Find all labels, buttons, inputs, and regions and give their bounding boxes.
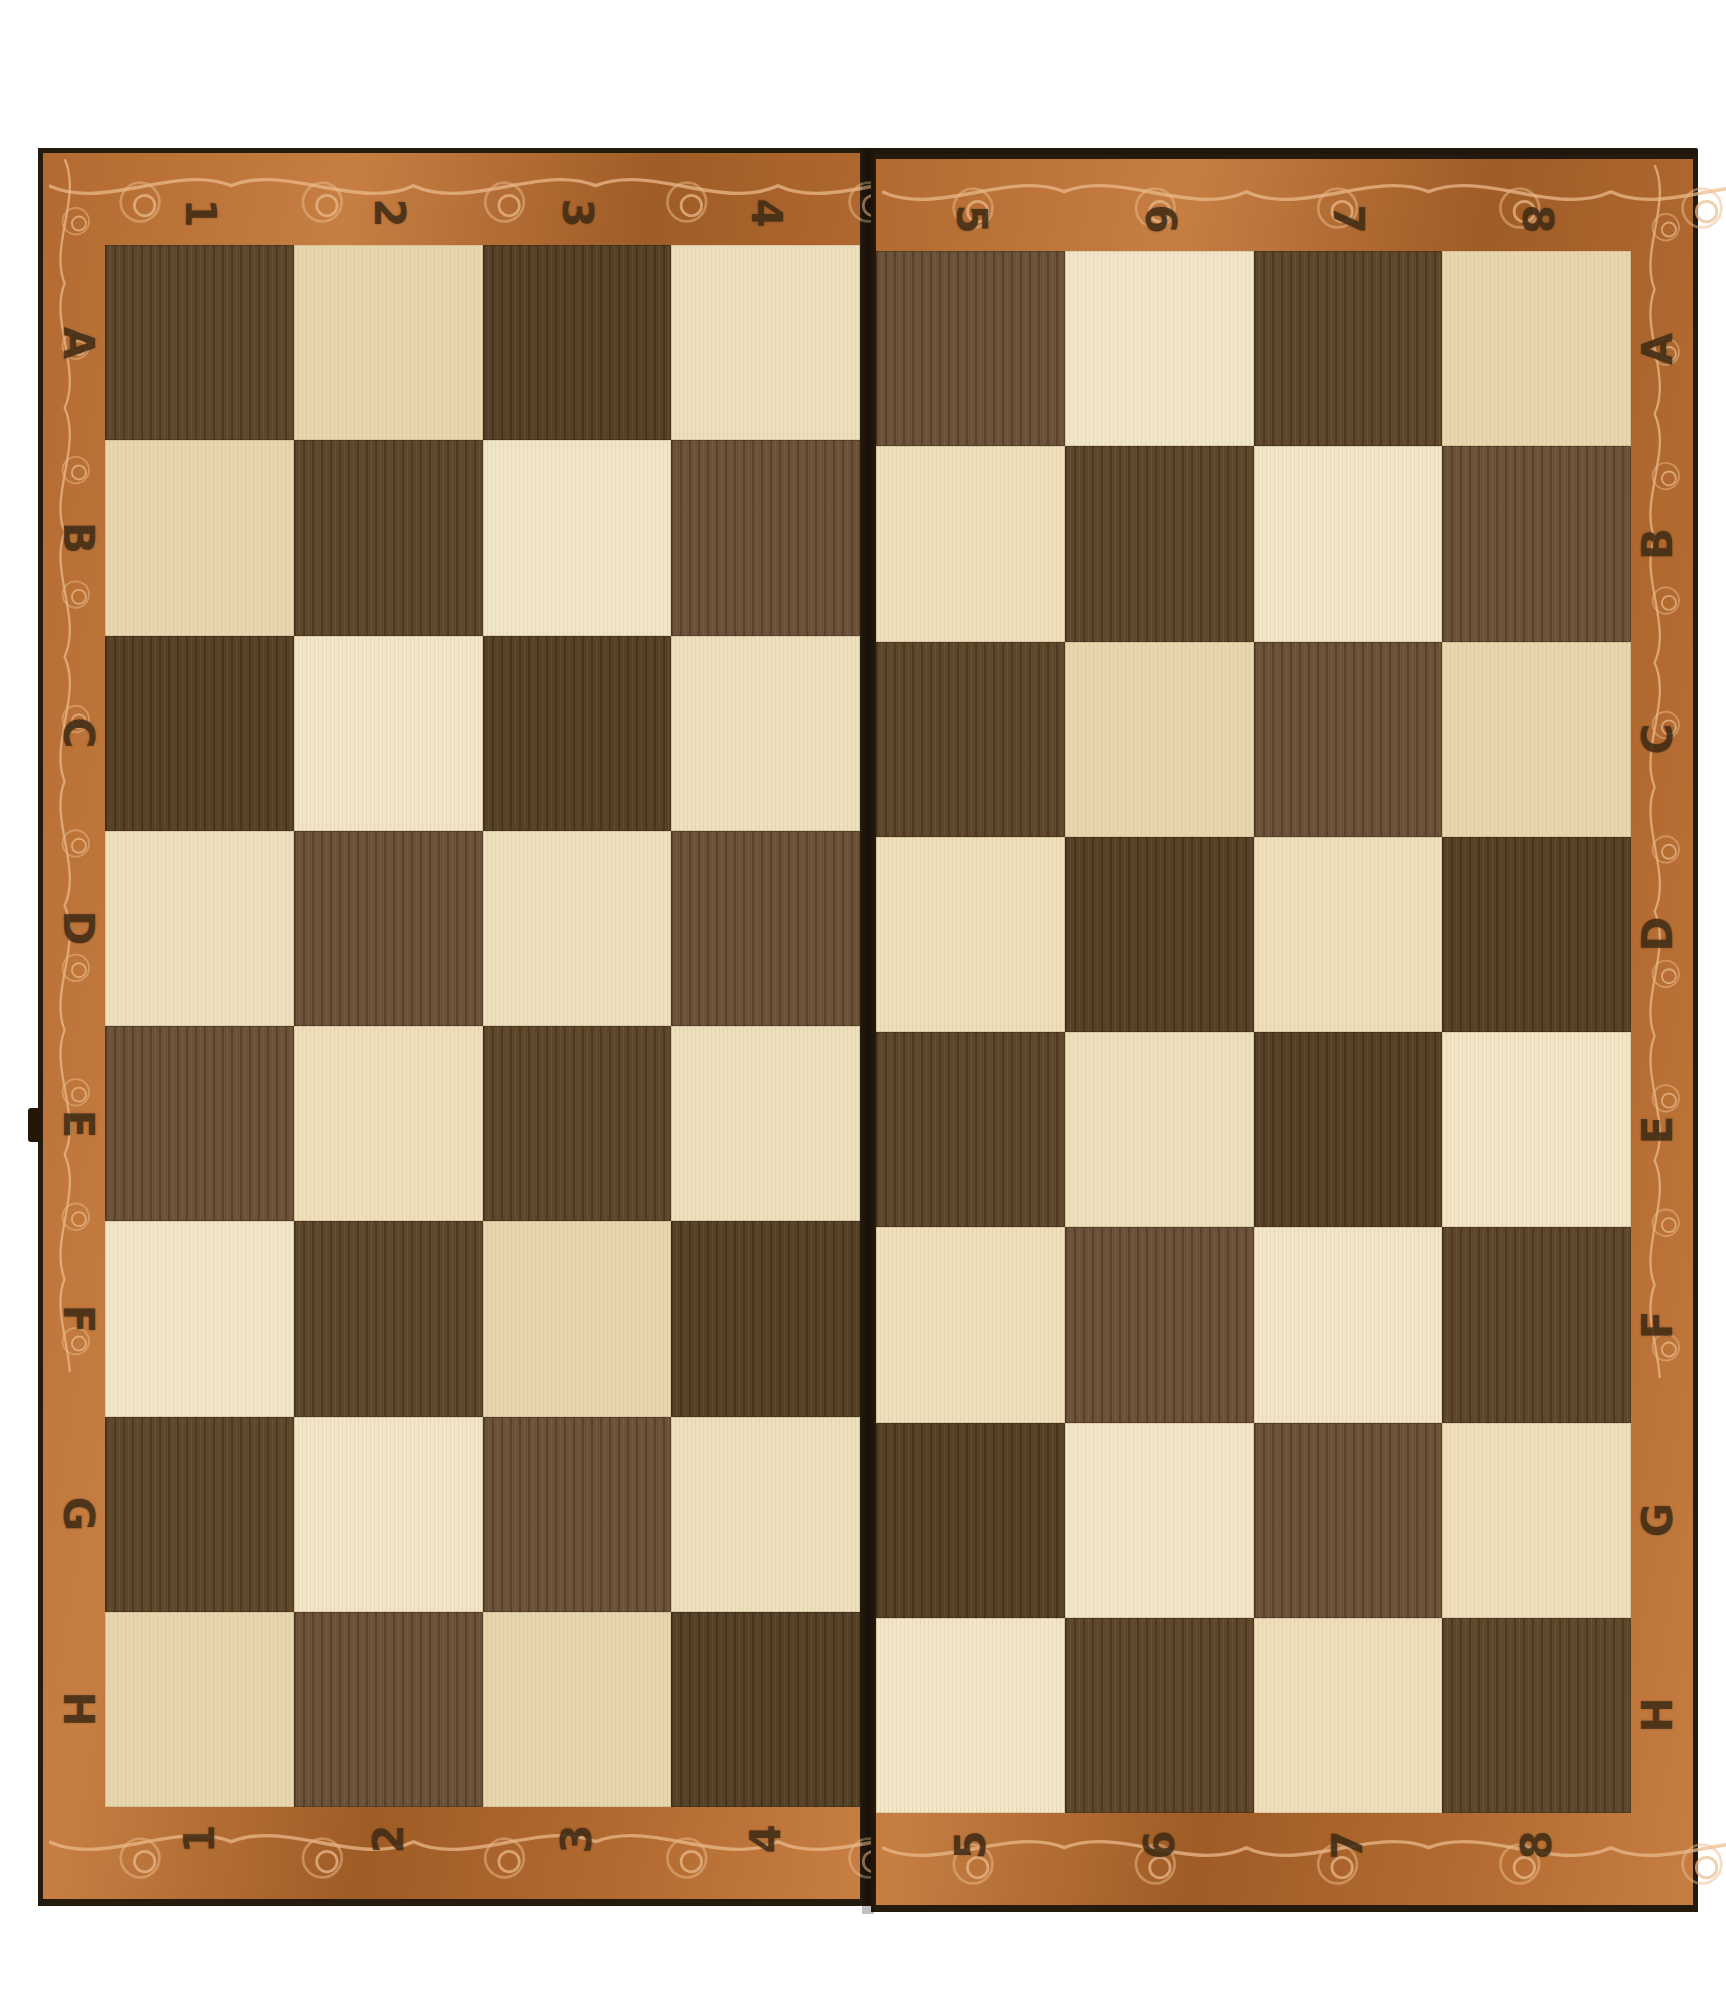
nums-bottom-right: 5678 — [876, 1813, 1631, 1905]
letters-left: ABCDEFGH — [43, 245, 105, 1807]
square-A4 — [671, 245, 860, 440]
coord-bottom-1: 1 — [178, 1824, 220, 1853]
coord-top-2: 2 — [367, 198, 409, 227]
coord-right-H: H — [1637, 1698, 1679, 1733]
nums-top-right: 5678 — [876, 159, 1631, 251]
coord-bottom-6: 6 — [1138, 1830, 1180, 1859]
coord-bottom-7: 7 — [1327, 1830, 1369, 1859]
square-F8 — [1442, 1227, 1631, 1422]
coord-right-E: E — [1637, 1115, 1679, 1144]
border-ornament-bottom — [49, 1813, 960, 1895]
coord-left-C: C — [57, 718, 99, 749]
square-H8 — [1442, 1618, 1631, 1813]
chess-board: 12341234ABCDEFGH 56785678ABCDEFGH — [38, 148, 1698, 1906]
square-B1 — [105, 440, 294, 635]
coord-left-B: B — [57, 522, 99, 554]
square-B3 — [483, 440, 672, 635]
letters-right: ABCDEFGH — [1631, 251, 1693, 1813]
square-C6 — [1065, 642, 1254, 837]
square-B5 — [876, 446, 1065, 641]
square-D7 — [1254, 837, 1443, 1032]
square-E6 — [1065, 1032, 1254, 1227]
coord-right-F: F — [1637, 1311, 1679, 1340]
coord-bottom-2: 2 — [367, 1824, 409, 1853]
coord-right-B: B — [1637, 528, 1679, 560]
square-G1 — [105, 1417, 294, 1612]
coord-top-7: 7 — [1327, 204, 1369, 233]
border-ornament-top — [882, 163, 1726, 245]
coord-top-5: 5 — [949, 204, 991, 233]
coord-left-G: G — [57, 1497, 99, 1531]
square-C8 — [1442, 642, 1631, 837]
square-C3 — [483, 636, 672, 831]
square-G8 — [1442, 1423, 1631, 1618]
square-B8 — [1442, 446, 1631, 641]
square-F2 — [294, 1221, 483, 1416]
square-C2 — [294, 636, 483, 831]
square-F5 — [876, 1227, 1065, 1422]
square-F7 — [1254, 1227, 1443, 1422]
coord-top-8: 8 — [1516, 204, 1558, 233]
square-G6 — [1065, 1423, 1254, 1618]
border-ornament-bottom — [882, 1819, 1726, 1901]
board-half-right: 56785678ABCDEFGH — [871, 154, 1698, 1912]
coord-left-D: D — [57, 911, 99, 946]
square-A3 — [483, 245, 672, 440]
coord-bottom-4: 4 — [745, 1824, 787, 1853]
square-C4 — [671, 636, 860, 831]
square-F4 — [671, 1221, 860, 1416]
square-D4 — [671, 831, 860, 1026]
square-D8 — [1442, 837, 1631, 1032]
coord-top-3: 3 — [556, 198, 598, 227]
square-F1 — [105, 1221, 294, 1416]
hinge-clasp — [28, 1108, 42, 1142]
coord-right-D: D — [1637, 917, 1679, 952]
board-photo: 12341234ABCDEFGH 56785678ABCDEFGH — [0, 0, 1726, 2000]
square-D6 — [1065, 837, 1254, 1032]
square-D3 — [483, 831, 672, 1026]
square-C1 — [105, 636, 294, 831]
square-A2 — [294, 245, 483, 440]
square-H5 — [876, 1618, 1065, 1813]
board-half-left: 12341234ABCDEFGH — [38, 148, 865, 1906]
squares-field-right — [876, 251, 1631, 1813]
square-G4 — [671, 1417, 860, 1612]
square-B2 — [294, 440, 483, 635]
border-ornament-side — [1635, 165, 1691, 1378]
coord-top-6: 6 — [1138, 204, 1180, 233]
square-H6 — [1065, 1618, 1254, 1813]
coord-bottom-8: 8 — [1516, 1830, 1558, 1859]
square-F6 — [1065, 1227, 1254, 1422]
square-E1 — [105, 1026, 294, 1221]
square-B4 — [671, 440, 860, 635]
square-H1 — [105, 1612, 294, 1807]
square-A5 — [876, 251, 1065, 446]
square-C5 — [876, 642, 1065, 837]
coord-top-1: 1 — [178, 198, 220, 227]
square-E7 — [1254, 1032, 1443, 1227]
square-H7 — [1254, 1618, 1443, 1813]
square-G3 — [483, 1417, 672, 1612]
coord-left-H: H — [57, 1692, 99, 1727]
squares-field-left — [105, 245, 860, 1807]
square-E8 — [1442, 1032, 1631, 1227]
coord-right-A: A — [1637, 332, 1679, 365]
square-A6 — [1065, 251, 1254, 446]
square-E2 — [294, 1026, 483, 1221]
square-D5 — [876, 837, 1065, 1032]
square-E3 — [483, 1026, 672, 1221]
coord-bottom-3: 3 — [556, 1824, 598, 1853]
border-ornament-side — [45, 159, 101, 1372]
square-H3 — [483, 1612, 672, 1807]
coord-right-C: C — [1637, 724, 1679, 755]
square-F3 — [483, 1221, 672, 1416]
coord-left-A: A — [57, 326, 99, 359]
square-E4 — [671, 1026, 860, 1221]
nums-top-left: 1234 — [105, 153, 860, 245]
square-H4 — [671, 1612, 860, 1807]
square-G2 — [294, 1417, 483, 1612]
square-A8 — [1442, 251, 1631, 446]
coord-bottom-5: 5 — [949, 1830, 991, 1859]
square-G5 — [876, 1423, 1065, 1618]
coord-right-G: G — [1637, 1503, 1679, 1537]
coord-top-4: 4 — [745, 198, 787, 227]
square-E5 — [876, 1032, 1065, 1227]
square-A1 — [105, 245, 294, 440]
square-D2 — [294, 831, 483, 1026]
square-B7 — [1254, 446, 1443, 641]
border-ornament-top — [49, 157, 960, 239]
square-A7 — [1254, 251, 1443, 446]
square-D1 — [105, 831, 294, 1026]
nums-bottom-left: 1234 — [105, 1807, 860, 1899]
square-H2 — [294, 1612, 483, 1807]
square-G7 — [1254, 1423, 1443, 1618]
coord-left-E: E — [57, 1109, 99, 1138]
coord-left-F: F — [57, 1305, 99, 1334]
square-B6 — [1065, 446, 1254, 641]
square-C7 — [1254, 642, 1443, 837]
